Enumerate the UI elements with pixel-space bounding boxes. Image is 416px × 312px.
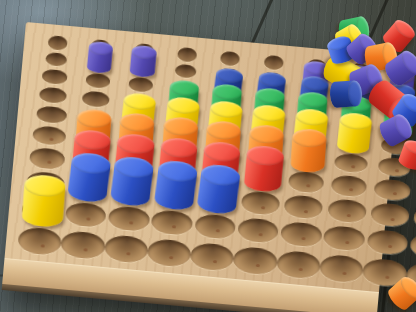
hole-bottom-dot: [213, 260, 217, 263]
cell-r7c6: [281, 192, 326, 222]
peg-royal_blue-r7c3[interactable]: [153, 159, 198, 212]
hole-r3c1[interactable]: [82, 90, 110, 108]
hole-r9c7[interactable]: [319, 254, 364, 284]
hole-r0c5[interactable]: [263, 55, 283, 70]
hole-r8c8[interactable]: [366, 228, 409, 255]
hole-r7c8[interactable]: [370, 202, 410, 227]
hole-bottom-dot: [172, 225, 176, 228]
cell-r9c2: [103, 231, 149, 267]
hole-r7c5[interactable]: [241, 191, 281, 216]
hole-r6c7[interactable]: [331, 175, 368, 198]
hole-r6c6[interactable]: [288, 171, 325, 194]
cell-r9c1: [60, 227, 106, 263]
cell-r8c7: [322, 222, 368, 255]
hole-r8c5[interactable]: [237, 217, 280, 244]
hole-r8c9[interactable]: [409, 232, 416, 259]
cell-r7c1: [65, 172, 110, 202]
hole-bottom-dot: [351, 165, 355, 168]
hole-r8c4[interactable]: [194, 213, 237, 240]
peg-violet-r1c2[interactable]: [130, 45, 157, 78]
hole-r9c3[interactable]: [146, 238, 191, 268]
hole-r1c0[interactable]: [45, 51, 68, 67]
cell-r8c4: [192, 210, 238, 243]
cell-r9c5: [232, 243, 278, 279]
hole-bottom-dot: [345, 241, 349, 244]
hole-bottom-dot: [395, 169, 399, 172]
hole-bottom-dot: [258, 233, 262, 236]
cell-r7c8: [367, 200, 412, 230]
hole-r4c0[interactable]: [36, 105, 67, 124]
cell-r7c5: [238, 188, 283, 218]
cell-r8c5: [235, 214, 281, 247]
hole-r0c4[interactable]: [220, 51, 240, 66]
hole-bottom-dot: [393, 192, 397, 195]
hole-bottom-dot: [126, 252, 130, 255]
peg-royal_blue-r7c1[interactable]: [67, 151, 112, 204]
hole-bottom-dot: [302, 237, 306, 240]
cell-r8c6: [278, 218, 324, 251]
hole-r8c1[interactable]: [64, 201, 107, 228]
cell-r8c9: [408, 230, 416, 263]
peg-yellow-r8c0[interactable]: [21, 174, 66, 228]
hole-r2c1[interactable]: [85, 72, 111, 89]
peg-red-r6c5[interactable]: [244, 144, 284, 193]
cell-r9c7: [319, 251, 365, 287]
hole-r9c2[interactable]: [103, 234, 148, 264]
hole-r8c2[interactable]: [108, 205, 151, 232]
loose-peg-navy_blue[interactable]: [329, 80, 363, 108]
cell-r7c2: [109, 176, 154, 206]
hole-bottom-dot: [388, 245, 392, 248]
hole-r8c6[interactable]: [280, 221, 323, 248]
hole-bottom-dot: [256, 264, 260, 267]
hole-bottom-dot: [342, 272, 346, 275]
cell-r8c8: [365, 226, 411, 259]
hole-r7c7[interactable]: [327, 199, 367, 224]
cell-r9c3: [146, 235, 192, 271]
hole-r6c8[interactable]: [374, 178, 411, 201]
hole-bottom-dot: [50, 138, 54, 141]
hole-r3c0[interactable]: [39, 86, 67, 104]
scene-photo: { "game": "wooden-peg-board", "scene": "…: [0, 0, 416, 312]
hole-r9c1[interactable]: [60, 230, 105, 260]
hole-bottom-dot: [215, 229, 219, 232]
hole-r5c7[interactable]: [334, 153, 368, 174]
hole-r0c0[interactable]: [48, 36, 68, 51]
cell-r7c3: [152, 180, 197, 210]
hole-bottom-dot: [86, 218, 90, 221]
cell-r7c4: [195, 184, 240, 214]
peg-orange-r5c6[interactable]: [291, 128, 327, 172]
peg-royal_blue-r7c4[interactable]: [196, 163, 241, 216]
cell-r8c3: [149, 206, 195, 239]
hole-r9c5[interactable]: [233, 246, 278, 276]
hole-r8c3[interactable]: [151, 209, 194, 236]
peg-yellow-r4c7[interactable]: [336, 112, 372, 155]
hole-bottom-dot: [129, 222, 133, 225]
peg-royal_blue-r7c2[interactable]: [110, 155, 155, 208]
peg-violet-r1c1[interactable]: [86, 41, 113, 74]
cell-r9c0: [17, 223, 63, 259]
hole-bottom-dot: [306, 184, 310, 187]
cell-r9c4: [189, 239, 235, 275]
cell-r8c2: [106, 202, 152, 235]
hole-bottom-dot: [304, 210, 308, 213]
hole-r5c0[interactable]: [32, 125, 66, 146]
hole-bottom-dot: [83, 248, 87, 251]
hole-bottom-dot: [347, 213, 351, 216]
hole-bottom-dot: [40, 244, 44, 247]
hole-r9c4[interactable]: [190, 242, 235, 272]
hole-bottom-dot: [390, 217, 394, 220]
hole-r2c0[interactable]: [42, 68, 68, 85]
hole-bottom-dot: [48, 161, 52, 164]
hole-r0c3[interactable]: [177, 47, 197, 62]
hole-bottom-dot: [169, 256, 173, 259]
hole-r1c3[interactable]: [174, 63, 197, 79]
hole-r2c2[interactable]: [128, 76, 154, 93]
hole-bottom-dot: [261, 206, 265, 209]
hole-bottom-dot: [349, 188, 353, 191]
hole-r9c0[interactable]: [17, 226, 62, 256]
hole-r9c6[interactable]: [276, 250, 321, 280]
cell-r8c0: [20, 194, 66, 227]
cell-r8c1: [63, 198, 109, 231]
cell-r7c7: [324, 196, 369, 226]
hole-r7c6[interactable]: [284, 195, 324, 220]
hole-r6c0[interactable]: [29, 147, 66, 170]
hole-r8c7[interactable]: [323, 225, 366, 252]
hole-bottom-dot: [299, 268, 303, 271]
cell-r9c6: [276, 247, 322, 283]
hole-bottom-dot: [385, 276, 389, 279]
